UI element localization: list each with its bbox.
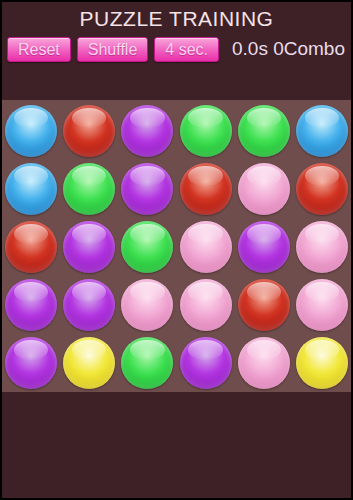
red-orb[interactable] bbox=[180, 163, 232, 215]
cell-r2c5[interactable] bbox=[235, 160, 293, 218]
cell-r1c1[interactable] bbox=[2, 102, 60, 160]
app-window: PUZZLE TRAINING Reset Shuffle 4 sec. 0.0… bbox=[0, 0, 353, 500]
cell-r5c4[interactable] bbox=[177, 334, 235, 392]
move-time-button[interactable]: 4 sec. bbox=[154, 37, 219, 62]
pink-orb[interactable] bbox=[121, 279, 173, 331]
page-title: PUZZLE TRAINING bbox=[2, 2, 351, 34]
pink-orb[interactable] bbox=[180, 279, 232, 331]
red-orb[interactable] bbox=[238, 279, 290, 331]
green-orb[interactable] bbox=[238, 105, 290, 157]
cell-r5c1[interactable] bbox=[2, 334, 60, 392]
red-orb[interactable] bbox=[63, 105, 115, 157]
pink-orb[interactable] bbox=[238, 337, 290, 389]
cell-r2c2[interactable] bbox=[60, 160, 118, 218]
green-orb[interactable] bbox=[121, 221, 173, 273]
cell-r2c4[interactable] bbox=[177, 160, 235, 218]
blue-orb[interactable] bbox=[5, 105, 57, 157]
purple-orb[interactable] bbox=[63, 221, 115, 273]
cell-r5c6[interactable] bbox=[293, 334, 351, 392]
purple-orb[interactable] bbox=[180, 337, 232, 389]
pink-orb[interactable] bbox=[238, 163, 290, 215]
cell-r4c5[interactable] bbox=[235, 276, 293, 334]
cell-r3c3[interactable] bbox=[118, 218, 176, 276]
blue-orb[interactable] bbox=[296, 105, 348, 157]
cell-r3c6[interactable] bbox=[293, 218, 351, 276]
reset-button[interactable]: Reset bbox=[7, 37, 71, 62]
shuffle-button[interactable]: Shuffle bbox=[77, 37, 149, 62]
cell-r5c3[interactable] bbox=[118, 334, 176, 392]
cell-r5c5[interactable] bbox=[235, 334, 293, 392]
cell-r3c1[interactable] bbox=[2, 218, 60, 276]
cell-r1c6[interactable] bbox=[293, 102, 351, 160]
purple-orb[interactable] bbox=[121, 105, 173, 157]
cell-r1c5[interactable] bbox=[235, 102, 293, 160]
green-orb[interactable] bbox=[63, 163, 115, 215]
board bbox=[2, 100, 351, 392]
red-orb[interactable] bbox=[5, 221, 57, 273]
status-text: 0.0s 0Combo bbox=[232, 38, 346, 60]
cell-r4c2[interactable] bbox=[60, 276, 118, 334]
purple-orb[interactable] bbox=[63, 279, 115, 331]
cell-r4c4[interactable] bbox=[177, 276, 235, 334]
cell-r2c6[interactable] bbox=[293, 160, 351, 218]
cell-r4c3[interactable] bbox=[118, 276, 176, 334]
cell-r1c4[interactable] bbox=[177, 102, 235, 160]
cell-r2c1[interactable] bbox=[2, 160, 60, 218]
cell-r1c2[interactable] bbox=[60, 102, 118, 160]
pink-orb[interactable] bbox=[180, 221, 232, 273]
blue-orb[interactable] bbox=[5, 163, 57, 215]
cell-r5c2[interactable] bbox=[60, 334, 118, 392]
green-orb[interactable] bbox=[180, 105, 232, 157]
red-orb[interactable] bbox=[296, 163, 348, 215]
purple-orb[interactable] bbox=[5, 279, 57, 331]
pink-orb[interactable] bbox=[296, 279, 348, 331]
toolbar: Reset Shuffle 4 sec. 0.0s 0Combo bbox=[2, 34, 351, 63]
cell-r2c3[interactable] bbox=[118, 160, 176, 218]
cell-r1c3[interactable] bbox=[118, 102, 176, 160]
purple-orb[interactable] bbox=[121, 163, 173, 215]
pink-orb[interactable] bbox=[296, 221, 348, 273]
yellow-orb[interactable] bbox=[63, 337, 115, 389]
yellow-orb[interactable] bbox=[296, 337, 348, 389]
cell-r3c5[interactable] bbox=[235, 218, 293, 276]
purple-orb[interactable] bbox=[5, 337, 57, 389]
purple-orb[interactable] bbox=[238, 221, 290, 273]
cell-r3c4[interactable] bbox=[177, 218, 235, 276]
cell-r4c6[interactable] bbox=[293, 276, 351, 334]
green-orb[interactable] bbox=[121, 337, 173, 389]
cell-r3c2[interactable] bbox=[60, 218, 118, 276]
cell-r4c1[interactable] bbox=[2, 276, 60, 334]
